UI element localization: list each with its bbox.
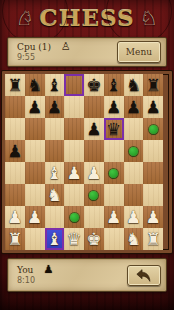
square-g5[interactable] (124, 140, 144, 162)
square-f6[interactable]: ♛ (104, 118, 124, 140)
square-a4[interactable] (5, 162, 25, 184)
square-g8[interactable]: ♞ (124, 74, 144, 96)
legal-move-dot (70, 213, 79, 222)
square-d7[interactable] (64, 96, 84, 118)
square-h7[interactable]: ♟ (143, 96, 163, 118)
white-pawn: ♟ (25, 206, 45, 228)
undo-button[interactable] (127, 265, 161, 286)
black-king: ♚ (84, 74, 104, 96)
white-knight: ♞ (45, 184, 65, 206)
square-c8[interactable]: ♝ (45, 74, 65, 96)
white-pawn: ♟ (104, 206, 124, 228)
square-f1[interactable] (104, 228, 124, 250)
bottom-player-name: You (17, 265, 33, 275)
square-b3[interactable] (25, 184, 45, 206)
square-c1[interactable]: ♝ (45, 228, 65, 250)
square-c6[interactable] (45, 118, 65, 140)
square-b5[interactable] (25, 140, 45, 162)
square-c3[interactable]: ♞ (45, 184, 65, 206)
white-knight: ♞ (124, 228, 144, 250)
square-e7[interactable] (84, 96, 104, 118)
square-h4[interactable] (143, 162, 163, 184)
black-pawn: ♟ (143, 96, 163, 118)
white-king: ♚ (84, 228, 104, 250)
square-c2[interactable] (45, 206, 65, 228)
square-a2[interactable]: ♟ (5, 206, 25, 228)
black-queen: ♛ (104, 118, 124, 140)
square-h6[interactable] (143, 118, 163, 140)
square-f7[interactable]: ♟ (104, 96, 124, 118)
top-player-bar: Cpu (1) ♙ 9:55 Menu (7, 37, 167, 67)
top-player-clock: 9:55 (17, 53, 71, 62)
square-g4[interactable] (124, 162, 144, 184)
square-d2[interactable] (64, 206, 84, 228)
square-d4[interactable]: ♟ (64, 162, 84, 184)
black-pawn: ♟ (84, 118, 104, 140)
square-a6[interactable] (5, 118, 25, 140)
square-h3[interactable] (143, 184, 163, 206)
square-e1[interactable]: ♚ (84, 228, 104, 250)
square-c4[interactable]: ♝ (45, 162, 65, 184)
legal-move-dot (89, 191, 98, 200)
top-player-info: Cpu (1) ♙ 9:55 (13, 41, 71, 62)
square-e4[interactable]: ♟ (84, 162, 104, 184)
knight-head-icon: ♘ (140, 8, 158, 28)
black-pawn: ♟ (5, 140, 25, 162)
board-frame: ♜♞♝♚♝♞♜♟♟♟♟♟♟♛♟♝♟♟♞♟♟♟♟♟♜♝♛♚♞♜ (2, 71, 172, 253)
white-pawn: ♟ (124, 206, 144, 228)
black-rook: ♜ (5, 74, 25, 96)
square-b8[interactable]: ♞ (25, 74, 45, 96)
square-e6[interactable]: ♟ (84, 118, 104, 140)
square-a3[interactable] (5, 184, 25, 206)
square-b2[interactable]: ♟ (25, 206, 45, 228)
square-b7[interactable]: ♟ (25, 96, 45, 118)
menu-button[interactable]: Menu (117, 41, 161, 63)
top-player-name: Cpu (1) (17, 42, 51, 52)
bottom-player-clock: 8:10 (17, 276, 53, 285)
undo-arrow-icon (136, 269, 152, 282)
square-g7[interactable]: ♟ (124, 96, 144, 118)
square-a1[interactable]: ♜ (5, 228, 25, 250)
square-h2[interactable]: ♟ (143, 206, 163, 228)
legal-move-dot (129, 147, 138, 156)
white-queen: ♛ (64, 228, 84, 250)
black-pawn: ♟ (124, 96, 144, 118)
black-bishop: ♝ (45, 74, 65, 96)
white-pawn: ♟ (143, 206, 163, 228)
square-b6[interactable] (25, 118, 45, 140)
white-bishop: ♝ (45, 228, 65, 250)
black-pawn: ♟ (25, 96, 45, 118)
black-rook: ♜ (143, 74, 163, 96)
square-d8[interactable] (64, 74, 84, 96)
square-g6[interactable] (124, 118, 144, 140)
legal-move-dot (149, 125, 158, 134)
square-a7[interactable] (5, 96, 25, 118)
square-f2[interactable]: ♟ (104, 206, 124, 228)
square-d3[interactable] (64, 184, 84, 206)
square-h5[interactable] (143, 140, 163, 162)
white-bishop: ♝ (45, 162, 65, 184)
black-pawn-icon: ♟ (43, 264, 53, 275)
app-header: ♘ CHESS ♘ (0, 0, 174, 35)
square-h1[interactable]: ♜ (143, 228, 163, 250)
black-bishop: ♝ (104, 74, 124, 96)
square-e8[interactable]: ♚ (84, 74, 104, 96)
square-g3[interactable] (124, 184, 144, 206)
square-f4[interactable] (104, 162, 124, 184)
knight-head-icon: ♘ (16, 8, 34, 28)
bottom-player-info: You ♟ 8:10 (13, 264, 53, 285)
square-b1[interactable] (25, 228, 45, 250)
square-g1[interactable]: ♞ (124, 228, 144, 250)
square-h8[interactable]: ♜ (143, 74, 163, 96)
square-e2[interactable] (84, 206, 104, 228)
square-d5[interactable] (64, 140, 84, 162)
white-pawn-icon: ♙ (61, 41, 71, 52)
square-e3[interactable] (84, 184, 104, 206)
white-pawn: ♟ (5, 206, 25, 228)
black-knight: ♞ (25, 74, 45, 96)
square-f8[interactable]: ♝ (104, 74, 124, 96)
square-g2[interactable]: ♟ (124, 206, 144, 228)
square-d6[interactable] (64, 118, 84, 140)
white-rook: ♜ (143, 228, 163, 250)
black-pawn: ♟ (45, 96, 65, 118)
square-c5[interactable] (45, 140, 65, 162)
white-rook: ♜ (5, 228, 25, 250)
black-pawn: ♟ (104, 96, 124, 118)
black-knight: ♞ (124, 74, 144, 96)
bottom-player-bar: You ♟ 8:10 (7, 258, 167, 292)
chess-app: ♘ CHESS ♘ Cpu (1) ♙ 9:55 Menu ♜♞♝♚♝♞♜♟♟♟… (0, 0, 174, 310)
square-a5[interactable]: ♟ (5, 140, 25, 162)
white-pawn: ♟ (84, 162, 104, 184)
legal-move-dot (109, 169, 118, 178)
square-b4[interactable] (25, 162, 45, 184)
app-title: CHESS (39, 4, 134, 31)
square-f5[interactable] (104, 140, 124, 162)
square-e5[interactable] (84, 140, 104, 162)
square-a8[interactable]: ♜ (5, 74, 25, 96)
square-f3[interactable] (104, 184, 124, 206)
square-d1[interactable]: ♛ (64, 228, 84, 250)
chess-board: ♜♞♝♚♝♞♜♟♟♟♟♟♟♛♟♝♟♟♞♟♟♟♟♟♜♝♛♚♞♜ (5, 74, 163, 250)
white-pawn: ♟ (64, 162, 84, 184)
square-c7[interactable]: ♟ (45, 96, 65, 118)
